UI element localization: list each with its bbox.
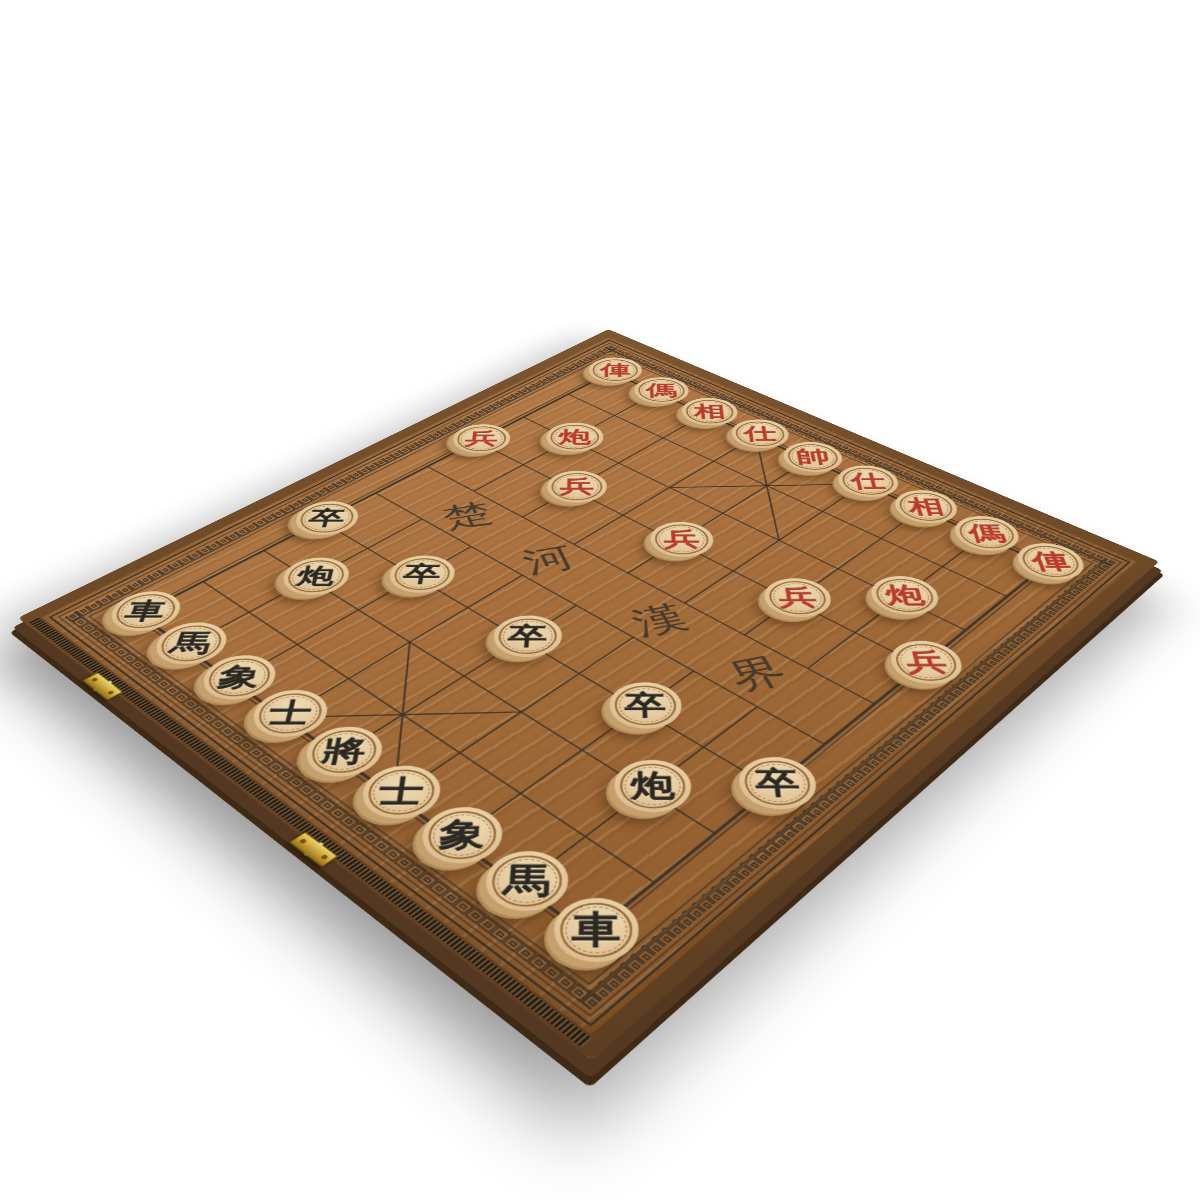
piece-red-soldier: 兵 — [441, 418, 522, 459]
piece-red-soldier: 兵 — [877, 632, 975, 693]
piece-character: 車 — [553, 898, 640, 962]
piece-red-soldier: 兵 — [535, 464, 620, 509]
piece-character: 俥 — [1012, 543, 1091, 580]
piece-character: 卒 — [736, 757, 820, 809]
piece-black-soldier: 卒 — [376, 548, 468, 601]
piece-black-soldier: 卒 — [594, 673, 696, 739]
piece-character: 兵 — [649, 522, 715, 557]
piece-character: 炮 — [545, 423, 603, 452]
piece-character: 炮 — [867, 576, 943, 615]
piece-character: 兵 — [451, 424, 512, 453]
piece-character: 兵 — [546, 471, 607, 503]
piece-character: 兵 — [762, 578, 835, 617]
piece-black-cannon: 炮 — [270, 550, 362, 603]
piece-red-cannon: 炮 — [858, 568, 951, 623]
piece-black-cannon: 炮 — [598, 750, 707, 824]
piece-character: 卒 — [492, 616, 563, 658]
piece-character: 卒 — [291, 501, 361, 535]
piece-black-soldier: 卒 — [479, 607, 576, 666]
piece-red-soldier: 兵 — [751, 571, 844, 626]
piece-black-chariot: 車 — [536, 885, 656, 976]
pieces-layer: 俥傌相仕帥仕相傌俥炮炮兵兵兵兵兵卒卒卒卒卒炮炮車馬象士將士象馬車 — [41, 337, 1137, 1034]
board-face: 楚 河 漢 界 俥傌相仕帥仕相傌俥炮炮兵兵兵兵兵卒卒卒卒卒炮炮車馬象士將士象馬車 — [41, 337, 1137, 1034]
piece-character: 兵 — [886, 641, 967, 684]
piece-character: 卒 — [386, 556, 457, 593]
piece-red-chariot: 俥 — [1006, 536, 1096, 588]
board-tilt-wrapper: 楚 河 漢 界 俥傌相仕帥仕相傌俥炮炮兵兵兵兵兵卒卒卒卒卒炮炮車馬象士將士象馬車 — [18, 329, 1159, 1060]
piece-character: 炮 — [614, 760, 693, 813]
piece-red-soldier: 兵 — [637, 515, 726, 565]
piece-black-soldier: 卒 — [723, 747, 831, 821]
piece-red-cannon: 炮 — [534, 417, 615, 458]
piece-character: 卒 — [609, 682, 683, 729]
piece-character: 炮 — [278, 558, 352, 596]
photo-scene: 楚 河 漢 界 俥傌相仕帥仕相傌俥炮炮兵兵兵兵兵卒卒卒卒卒炮炮車馬象士將士象馬車 — [0, 0, 1200, 1200]
piece-black-soldier: 卒 — [283, 495, 371, 543]
xiangqi-board: 楚 河 漢 界 俥傌相仕帥仕相傌俥炮炮兵兵兵兵兵卒卒卒卒卒炮炮車馬象士將士象馬車 — [18, 329, 1159, 1060]
